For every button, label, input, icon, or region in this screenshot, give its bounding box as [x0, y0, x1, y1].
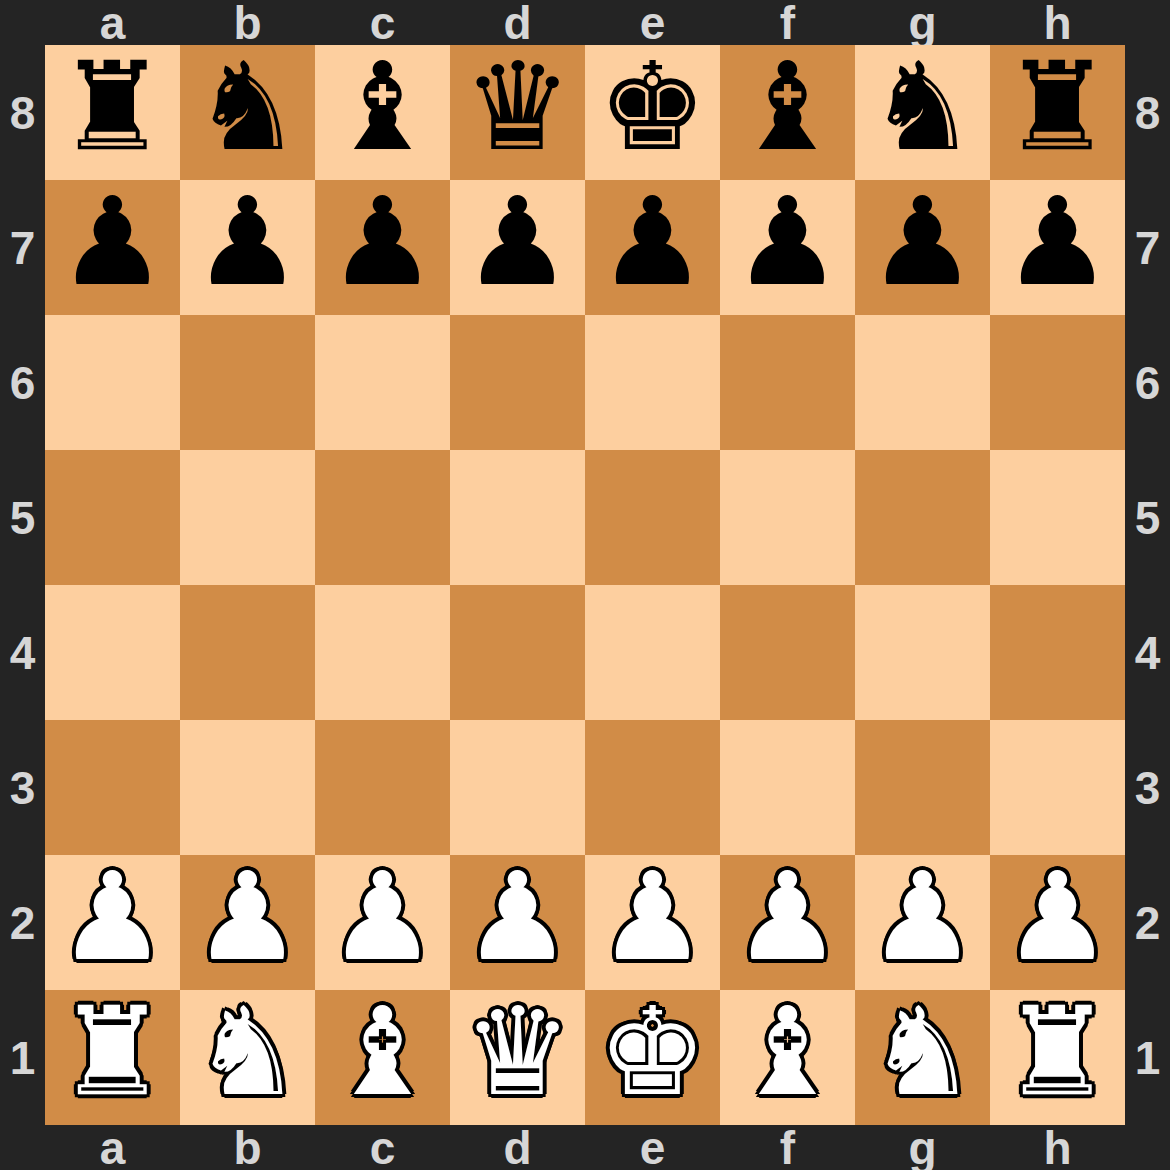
square-h8[interactable]: ♜ [990, 45, 1125, 180]
white-pawn-h2[interactable]: ♟ [1003, 855, 1112, 985]
square-c3[interactable] [315, 720, 450, 855]
square-a2[interactable]: ♟ [45, 855, 180, 990]
frame-corner-top-right [1125, 0, 1170, 45]
black-pawn-h7[interactable]: ♟ [1003, 180, 1112, 310]
square-b6[interactable] [180, 315, 315, 450]
white-rook-a1[interactable]: ♜ [58, 990, 167, 1120]
rank-label-4-left: 4 [0, 585, 45, 720]
file-label-h-top: h [990, 0, 1125, 45]
white-pawn-f2[interactable]: ♟ [733, 855, 842, 985]
white-knight-g1[interactable]: ♞ [868, 990, 977, 1120]
rank-label-3-right: 3 [1125, 720, 1170, 855]
black-bishop-c8[interactable]: ♝ [328, 45, 437, 175]
rank-label-3-left: 3 [0, 720, 45, 855]
file-label-g-top: g [855, 0, 990, 45]
black-pawn-c7[interactable]: ♟ [328, 180, 437, 310]
square-c5[interactable] [315, 450, 450, 585]
frame-corner-bottom-left [0, 1125, 45, 1170]
frame-corner-top-left [0, 0, 45, 45]
square-b3[interactable] [180, 720, 315, 855]
square-h7[interactable]: ♟ [990, 180, 1125, 315]
square-e8[interactable]: ♚ [585, 45, 720, 180]
square-c1[interactable]: ♝ [315, 990, 450, 1125]
square-h4[interactable] [990, 585, 1125, 720]
square-d3[interactable] [450, 720, 585, 855]
square-g8[interactable]: ♞ [855, 45, 990, 180]
square-c8[interactable]: ♝ [315, 45, 450, 180]
square-a8[interactable]: ♜ [45, 45, 180, 180]
file-label-b-top: b [180, 0, 315, 45]
white-pawn-e2[interactable]: ♟ [598, 855, 707, 985]
square-f2[interactable]: ♟ [720, 855, 855, 990]
file-label-e-top: e [585, 0, 720, 45]
rank-label-6-right: 6 [1125, 315, 1170, 450]
square-g1[interactable]: ♞ [855, 990, 990, 1125]
square-f4[interactable] [720, 585, 855, 720]
square-a3[interactable] [45, 720, 180, 855]
square-e2[interactable]: ♟ [585, 855, 720, 990]
black-rook-h8[interactable]: ♜ [1003, 45, 1112, 175]
square-c6[interactable] [315, 315, 450, 450]
square-e4[interactable] [585, 585, 720, 720]
square-b5[interactable] [180, 450, 315, 585]
white-queen-d1[interactable]: ♛ [463, 990, 572, 1120]
rank-label-5-left: 5 [0, 450, 45, 585]
square-d4[interactable] [450, 585, 585, 720]
square-b4[interactable] [180, 585, 315, 720]
square-c2[interactable]: ♟ [315, 855, 450, 990]
square-g2[interactable]: ♟ [855, 855, 990, 990]
file-label-c-top: c [315, 0, 450, 45]
square-h1[interactable]: ♜ [990, 990, 1125, 1125]
file-label-d-bottom: d [450, 1125, 585, 1170]
square-f5[interactable] [720, 450, 855, 585]
square-a4[interactable] [45, 585, 180, 720]
file-label-a-top: a [45, 0, 180, 45]
square-g4[interactable] [855, 585, 990, 720]
square-f7[interactable]: ♟ [720, 180, 855, 315]
white-bishop-c1[interactable]: ♝ [328, 990, 437, 1120]
square-b1[interactable]: ♞ [180, 990, 315, 1125]
square-d6[interactable] [450, 315, 585, 450]
square-g3[interactable] [855, 720, 990, 855]
white-pawn-b2[interactable]: ♟ [193, 855, 302, 985]
rank-label-8-left: 8 [0, 45, 45, 180]
square-b7[interactable]: ♟ [180, 180, 315, 315]
square-f6[interactable] [720, 315, 855, 450]
square-h6[interactable] [990, 315, 1125, 450]
square-e5[interactable] [585, 450, 720, 585]
square-a6[interactable] [45, 315, 180, 450]
square-e7[interactable]: ♟ [585, 180, 720, 315]
square-b8[interactable]: ♞ [180, 45, 315, 180]
file-label-a-bottom: a [45, 1125, 180, 1170]
square-d1[interactable]: ♛ [450, 990, 585, 1125]
file-label-h-bottom: h [990, 1125, 1125, 1170]
white-knight-b1[interactable]: ♞ [193, 990, 302, 1120]
rank-label-8-right: 8 [1125, 45, 1170, 180]
black-king-e8[interactable]: ♚ [598, 45, 707, 175]
square-f1[interactable]: ♝ [720, 990, 855, 1125]
square-f3[interactable] [720, 720, 855, 855]
white-pawn-g2[interactable]: ♟ [868, 855, 977, 985]
square-a7[interactable]: ♟ [45, 180, 180, 315]
black-pawn-e7[interactable]: ♟ [598, 180, 707, 310]
square-d5[interactable] [450, 450, 585, 585]
file-label-d-top: d [450, 0, 585, 45]
square-e3[interactable] [585, 720, 720, 855]
square-g6[interactable] [855, 315, 990, 450]
black-knight-g8[interactable]: ♞ [868, 45, 977, 175]
square-c7[interactable]: ♟ [315, 180, 450, 315]
black-pawn-b7[interactable]: ♟ [193, 180, 302, 310]
square-g7[interactable]: ♟ [855, 180, 990, 315]
file-label-f-bottom: f [720, 1125, 855, 1170]
square-h3[interactable] [990, 720, 1125, 855]
rank-label-7-left: 7 [0, 180, 45, 315]
rank-label-5-right: 5 [1125, 450, 1170, 585]
square-d2[interactable]: ♟ [450, 855, 585, 990]
black-pawn-g7[interactable]: ♟ [868, 180, 977, 310]
black-bishop-f8[interactable]: ♝ [733, 45, 842, 175]
file-label-b-bottom: b [180, 1125, 315, 1170]
rank-label-2-right: 2 [1125, 855, 1170, 990]
white-pawn-a2[interactable]: ♟ [58, 855, 167, 985]
square-d7[interactable]: ♟ [450, 180, 585, 315]
white-bishop-f1[interactable]: ♝ [733, 990, 842, 1120]
rank-label-7-right: 7 [1125, 180, 1170, 315]
black-pawn-a7[interactable]: ♟ [58, 180, 167, 310]
square-a1[interactable]: ♜ [45, 990, 180, 1125]
square-a5[interactable] [45, 450, 180, 585]
rank-label-6-left: 6 [0, 315, 45, 450]
white-pawn-d2[interactable]: ♟ [463, 855, 572, 985]
rank-label-4-right: 4 [1125, 585, 1170, 720]
square-c4[interactable] [315, 585, 450, 720]
square-h2[interactable]: ♟ [990, 855, 1125, 990]
file-label-c-bottom: c [315, 1125, 450, 1170]
white-rook-h1[interactable]: ♜ [1003, 990, 1112, 1120]
rank-label-1-left: 1 [0, 990, 45, 1125]
black-pawn-f7[interactable]: ♟ [733, 180, 842, 310]
square-e1[interactable]: ♚ [585, 990, 720, 1125]
file-label-f-top: f [720, 0, 855, 45]
square-d8[interactable]: ♛ [450, 45, 585, 180]
white-king-e1[interactable]: ♚ [598, 990, 707, 1120]
black-queen-d8[interactable]: ♛ [463, 45, 572, 175]
rank-label-1-right: 1 [1125, 990, 1170, 1125]
square-g5[interactable] [855, 450, 990, 585]
square-e6[interactable] [585, 315, 720, 450]
frame-corner-bottom-right [1125, 1125, 1170, 1170]
rank-label-2-left: 2 [0, 855, 45, 990]
square-h5[interactable] [990, 450, 1125, 585]
file-label-e-bottom: e [585, 1125, 720, 1170]
square-b2[interactable]: ♟ [180, 855, 315, 990]
chessboard: abcdefgh8♜♞♝♛♚♝♞♜87♟♟♟♟♟♟♟♟7665544332♟♟♟… [0, 0, 1170, 1170]
black-knight-b8[interactable]: ♞ [193, 45, 302, 175]
white-pawn-c2[interactable]: ♟ [328, 855, 437, 985]
black-pawn-d7[interactable]: ♟ [463, 180, 572, 310]
square-f8[interactable]: ♝ [720, 45, 855, 180]
file-label-g-bottom: g [855, 1125, 990, 1170]
black-rook-a8[interactable]: ♜ [58, 45, 167, 175]
